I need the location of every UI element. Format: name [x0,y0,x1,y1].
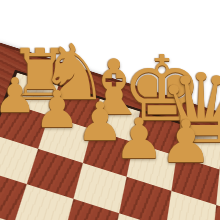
white-pawn-e: ♟ [114,111,164,167]
pieces-layer: ♜♞♝♚♛♟♟♟♟♟ [0,0,220,220]
white-pawn-g: ♟ [34,84,80,135]
white-pawn-d: ♟ [160,112,213,171]
white-pawn-h: ♟ [0,71,37,119]
chess-set-photo: ♜♞♝♚♛♟♟♟♟♟ [0,0,220,220]
